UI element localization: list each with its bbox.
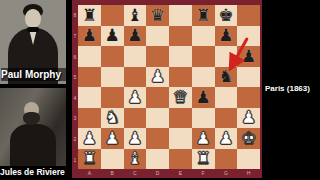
black-pawn[interactable]: ♟ (241, 48, 256, 65)
square-g1[interactable] (215, 149, 238, 170)
square-f2[interactable]: ♟ (192, 128, 215, 149)
white-pawn[interactable]: ♟ (150, 68, 165, 85)
white-knight[interactable]: ♞ (105, 109, 120, 126)
players-panel: Paul Morphy Jules de Riviere (0, 0, 72, 180)
event-panel: Paris (1863) (262, 0, 320, 180)
jules-de-riviere-photo (0, 88, 66, 166)
square-h3[interactable]: ♟ (237, 108, 260, 129)
board-grid: ♜♝♛♜♚♟♟♟♟♟♟♞♟♛♟♞♟♟♟♟♟♟♚♜♝♜ (78, 5, 260, 169)
square-f6[interactable] (192, 46, 215, 67)
black-knight[interactable]: ♞ (218, 68, 233, 85)
square-b1[interactable] (101, 149, 124, 170)
square-d7[interactable] (146, 26, 169, 47)
square-h1[interactable] (237, 149, 260, 170)
white-pawn[interactable]: ♟ (105, 130, 120, 147)
portrait-face (25, 9, 41, 28)
white-pawn[interactable]: ♟ (127, 89, 142, 106)
square-c6[interactable] (124, 46, 147, 67)
square-b3[interactable]: ♞ (101, 108, 124, 129)
file-label-a: A (78, 169, 101, 177)
square-d1[interactable] (146, 149, 169, 170)
square-f7[interactable] (192, 26, 215, 47)
square-b6[interactable] (101, 46, 124, 67)
file-coordinates: ABCDEFGH (78, 169, 260, 177)
square-a5[interactable] (78, 67, 101, 88)
black-pawn[interactable]: ♟ (196, 89, 211, 106)
black-pawn[interactable]: ♟ (218, 27, 233, 44)
square-g2[interactable]: ♟ (215, 128, 238, 149)
square-h4[interactable] (237, 87, 260, 108)
black-king[interactable]: ♚ (218, 7, 233, 24)
square-c3[interactable] (124, 108, 147, 129)
square-e3[interactable] (169, 108, 192, 129)
black-bishop[interactable]: ♝ (127, 7, 142, 24)
square-a8[interactable]: ♜ (78, 5, 101, 26)
white-pawn[interactable]: ♟ (82, 130, 97, 147)
video-frame: Paul Morphy Jules de Riviere 87654321 ♜♝… (0, 0, 320, 180)
square-d8[interactable]: ♛ (146, 5, 169, 26)
chess-board: 87654321 ♜♝♛♜♚♟♟♟♟♟♟♞♟♛♟♞♟♟♟♟♟♟♚♜♝♜ ABCD… (72, 0, 262, 178)
square-h7[interactable] (237, 26, 260, 47)
event-name: Paris (1863) (265, 84, 320, 93)
square-c2[interactable]: ♟ (124, 128, 147, 149)
square-f1[interactable]: ♜ (192, 149, 215, 170)
square-g8[interactable]: ♚ (215, 5, 238, 26)
square-e4[interactable]: ♛ (169, 87, 192, 108)
white-pawn[interactable]: ♟ (196, 130, 211, 147)
square-a4[interactable] (78, 87, 101, 108)
square-a6[interactable] (78, 46, 101, 67)
white-pawn[interactable]: ♟ (241, 109, 256, 126)
square-f3[interactable] (192, 108, 215, 129)
square-a3[interactable] (78, 108, 101, 129)
square-g4[interactable] (215, 87, 238, 108)
portrait-torso (10, 124, 56, 166)
square-b5[interactable] (101, 67, 124, 88)
black-player-name: Jules de Riviere (0, 166, 72, 178)
square-d5[interactable]: ♟ (146, 67, 169, 88)
square-a2[interactable]: ♟ (78, 128, 101, 149)
square-c7[interactable]: ♟ (124, 26, 147, 47)
square-d2[interactable] (146, 128, 169, 149)
white-king[interactable]: ♚ (241, 130, 256, 147)
black-pawn[interactable]: ♟ (127, 27, 142, 44)
square-e8[interactable] (169, 5, 192, 26)
square-d3[interactable] (146, 108, 169, 129)
square-f5[interactable] (192, 67, 215, 88)
black-rook[interactable]: ♜ (196, 7, 211, 24)
square-g7[interactable]: ♟ (215, 26, 238, 47)
file-label-d: D (146, 169, 169, 177)
square-g3[interactable] (215, 108, 238, 129)
white-queen[interactable]: ♛ (173, 89, 188, 106)
white-rook[interactable]: ♜ (82, 150, 97, 167)
file-label-g: G (215, 169, 238, 177)
square-e2[interactable] (169, 128, 192, 149)
white-pawn[interactable]: ♟ (218, 130, 233, 147)
file-label-e: E (169, 169, 192, 177)
square-c4[interactable]: ♟ (124, 87, 147, 108)
file-label-f: F (192, 169, 215, 177)
square-h5[interactable] (237, 67, 260, 88)
white-rook[interactable]: ♜ (196, 150, 211, 167)
square-g5[interactable]: ♞ (215, 67, 238, 88)
file-label-b: B (101, 169, 124, 177)
file-label-h: H (237, 169, 260, 177)
square-h6[interactable]: ♟ (237, 46, 260, 67)
square-f8[interactable]: ♜ (192, 5, 215, 26)
square-a1[interactable]: ♜ (78, 149, 101, 170)
square-e7[interactable] (169, 26, 192, 47)
square-g6[interactable] (215, 46, 238, 67)
square-c8[interactable]: ♝ (124, 5, 147, 26)
square-c5[interactable] (124, 67, 147, 88)
square-b4[interactable] (101, 87, 124, 108)
square-h2[interactable]: ♚ (237, 128, 260, 149)
black-rook[interactable]: ♜ (82, 7, 97, 24)
white-player-name: Paul Morphy (1, 68, 66, 81)
file-label-c: C (124, 169, 147, 177)
square-c1[interactable]: ♝ (124, 149, 147, 170)
square-e5[interactable] (169, 67, 192, 88)
square-b8[interactable] (101, 5, 124, 26)
square-d6[interactable] (146, 46, 169, 67)
square-b7[interactable]: ♟ (101, 26, 124, 47)
square-b2[interactable]: ♟ (101, 128, 124, 149)
square-e1[interactable] (169, 149, 192, 170)
black-pawn[interactable]: ♟ (105, 27, 120, 44)
square-e6[interactable] (169, 46, 192, 67)
white-pawn[interactable]: ♟ (127, 130, 142, 147)
square-d4[interactable] (146, 87, 169, 108)
square-a7[interactable]: ♟ (78, 26, 101, 47)
portrait-bowtie (27, 27, 39, 32)
portrait-beard (23, 112, 40, 125)
black-pawn[interactable]: ♟ (82, 27, 97, 44)
white-bishop[interactable]: ♝ (127, 150, 142, 167)
square-f4[interactable]: ♟ (192, 87, 215, 108)
square-h8[interactable] (237, 5, 260, 26)
black-queen[interactable]: ♛ (150, 7, 165, 24)
